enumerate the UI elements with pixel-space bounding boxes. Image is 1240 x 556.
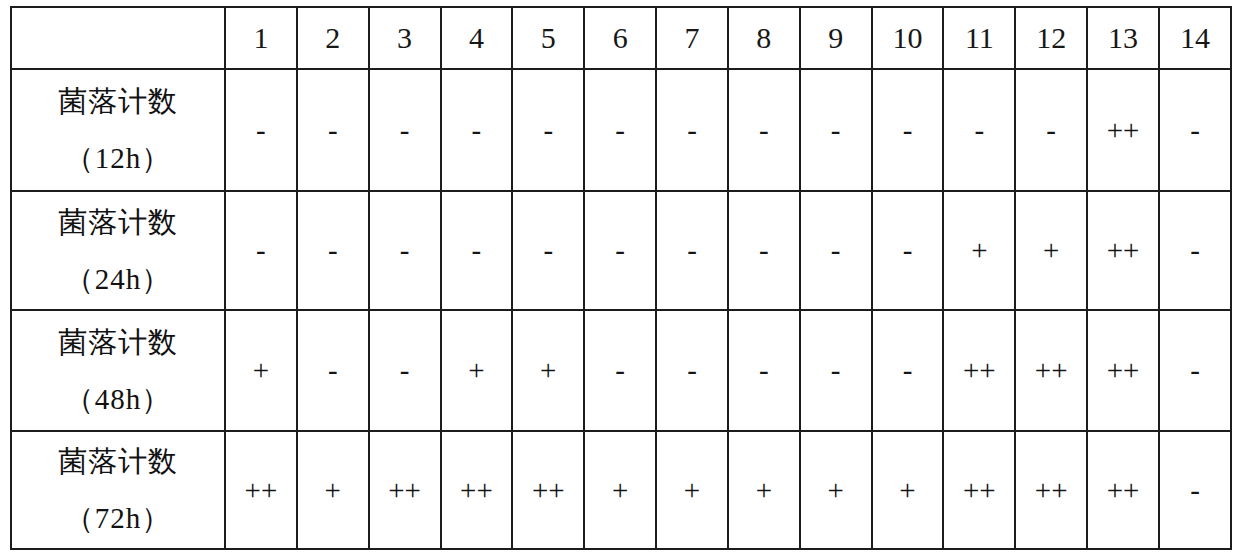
row-label-title: 菌落计数: [12, 194, 224, 251]
row-label-time: （48h）: [12, 371, 224, 428]
value-cell: -: [297, 310, 369, 431]
value-cell: ++: [1087, 431, 1159, 549]
value-cell: -: [872, 191, 944, 310]
header-row: 1234567891011121314: [11, 7, 1231, 69]
column-header-9: 9: [800, 7, 872, 69]
row-label: 菌落计数（72h）: [11, 431, 225, 549]
row-label-title: 菌落计数: [12, 433, 224, 490]
value-cell: -: [297, 69, 369, 191]
value-cell: -: [728, 191, 800, 310]
value-cell: -: [512, 191, 584, 310]
value-cell: -: [369, 191, 441, 310]
value-cell: -: [943, 69, 1015, 191]
value-cell: ++: [1015, 431, 1087, 549]
value-cell: -: [872, 310, 944, 431]
table-row: 菌落计数（12h）------------++-: [11, 69, 1231, 191]
column-header-12: 12: [1015, 7, 1087, 69]
column-header-1: 1: [225, 7, 297, 69]
value-cell: -: [441, 191, 513, 310]
value-cell: -: [225, 191, 297, 310]
value-cell: -: [369, 69, 441, 191]
value-cell: +: [297, 431, 369, 549]
value-cell: -: [800, 191, 872, 310]
value-cell: +: [512, 310, 584, 431]
column-header-5: 5: [512, 7, 584, 69]
value-cell: -: [512, 69, 584, 191]
value-cell: -: [369, 310, 441, 431]
colony-count-table: 1234567891011121314 菌落计数（12h）-----------…: [10, 6, 1232, 550]
value-cell: -: [872, 69, 944, 191]
value-cell: ++: [369, 431, 441, 549]
value-cell: -: [1159, 310, 1231, 431]
row-label: 菌落计数（24h）: [11, 191, 225, 310]
column-header-8: 8: [728, 7, 800, 69]
value-cell: ++: [225, 431, 297, 549]
row-label-time: （12h）: [12, 130, 224, 187]
value-cell: ++: [512, 431, 584, 549]
value-cell: -: [656, 69, 728, 191]
value-cell: -: [1159, 431, 1231, 549]
value-cell: -: [1159, 69, 1231, 191]
value-cell: +: [728, 431, 800, 549]
column-header-10: 10: [872, 7, 944, 69]
column-header-13: 13: [1087, 7, 1159, 69]
value-cell: +: [441, 310, 513, 431]
value-cell: ++: [1087, 191, 1159, 310]
value-cell: -: [656, 310, 728, 431]
column-header-6: 6: [584, 7, 656, 69]
table-row: 菌落计数（24h）----------++++-: [11, 191, 1231, 310]
value-cell: +: [1015, 191, 1087, 310]
value-cell: -: [297, 191, 369, 310]
value-cell: -: [1159, 191, 1231, 310]
value-cell: +: [225, 310, 297, 431]
value-cell: -: [584, 69, 656, 191]
row-label-title: 菌落计数: [12, 73, 224, 130]
value-cell: +: [584, 431, 656, 549]
value-cell: -: [800, 69, 872, 191]
value-cell: -: [441, 69, 513, 191]
value-cell: -: [584, 191, 656, 310]
corner-cell: [11, 7, 225, 69]
column-header-7: 7: [656, 7, 728, 69]
column-header-11: 11: [943, 7, 1015, 69]
value-cell: ++: [943, 431, 1015, 549]
value-cell: -: [800, 310, 872, 431]
document-page: 1234567891011121314 菌落计数（12h）-----------…: [0, 0, 1240, 556]
row-label: 菌落计数（12h）: [11, 69, 225, 191]
table-row: 菌落计数（48h）+--++-----++++++-: [11, 310, 1231, 431]
row-label-time: （72h）: [12, 490, 224, 547]
value-cell: -: [225, 69, 297, 191]
value-cell: +: [872, 431, 944, 549]
table-head: 1234567891011121314: [11, 7, 1231, 69]
value-cell: ++: [1087, 310, 1159, 431]
value-cell: +: [800, 431, 872, 549]
value-cell: ++: [943, 310, 1015, 431]
value-cell: -: [728, 310, 800, 431]
value-cell: -: [1015, 69, 1087, 191]
value-cell: +: [656, 431, 728, 549]
value-cell: ++: [441, 431, 513, 549]
column-header-3: 3: [369, 7, 441, 69]
value-cell: -: [728, 69, 800, 191]
column-header-2: 2: [297, 7, 369, 69]
value-cell: +: [943, 191, 1015, 310]
table-body: 菌落计数（12h）------------++-菌落计数（24h）-------…: [11, 69, 1231, 549]
value-cell: -: [584, 310, 656, 431]
row-label: 菌落计数（48h）: [11, 310, 225, 431]
value-cell: -: [656, 191, 728, 310]
column-header-4: 4: [441, 7, 513, 69]
value-cell: ++: [1015, 310, 1087, 431]
row-label-title: 菌落计数: [12, 314, 224, 371]
value-cell: ++: [1087, 69, 1159, 191]
row-label-time: （24h）: [12, 251, 224, 308]
column-header-14: 14: [1159, 7, 1231, 69]
table-row: 菌落计数（72h）++++++++++++++++++++-: [11, 431, 1231, 549]
